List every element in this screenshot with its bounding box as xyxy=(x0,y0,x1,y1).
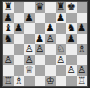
square-d3[interactable] xyxy=(35,55,46,66)
square-e1[interactable]: ♔ xyxy=(45,76,56,87)
square-g4[interactable] xyxy=(66,44,77,55)
square-e4[interactable] xyxy=(45,44,56,55)
white-pawn-piece[interactable]: ♙ xyxy=(25,44,34,55)
square-d8[interactable]: ♛ xyxy=(35,2,46,13)
square-b7[interactable] xyxy=(14,13,25,24)
black-pawn-piece[interactable]: ♟ xyxy=(25,13,34,24)
black-rook-piece[interactable]: ♜ xyxy=(56,2,65,13)
square-g7[interactable] xyxy=(66,13,77,24)
square-c4[interactable]: ♙ xyxy=(24,44,35,55)
white-pawn-piece[interactable]: ♙ xyxy=(25,55,34,66)
white-rook-piece[interactable]: ♖ xyxy=(77,76,86,87)
square-d7[interactable] xyxy=(35,13,46,24)
square-g3[interactable] xyxy=(66,55,77,66)
chess-board: ♜♛♜♚♟♟♟♝♟♟♞♟♞♟♙♟♙♙♘♗♙♙♙♕♙♙♖♗♔♖ xyxy=(2,1,88,87)
square-b5[interactable] xyxy=(14,34,25,45)
square-f6[interactable] xyxy=(56,23,67,34)
square-h2[interactable]: ♙ xyxy=(77,65,88,76)
white-bishop-piece[interactable]: ♗ xyxy=(77,44,86,55)
square-f8[interactable]: ♜ xyxy=(56,2,67,13)
square-d1[interactable] xyxy=(35,76,46,87)
white-pawn-piece[interactable]: ♙ xyxy=(67,65,76,76)
square-c6[interactable] xyxy=(24,23,35,34)
square-f3[interactable]: ♙ xyxy=(56,55,67,66)
square-b6[interactable]: ♟ xyxy=(14,23,25,34)
square-a3[interactable]: ♙ xyxy=(3,55,14,66)
square-e6[interactable]: ♟ xyxy=(45,23,56,34)
square-b2[interactable] xyxy=(14,65,25,76)
black-pawn-piece[interactable]: ♟ xyxy=(67,34,76,45)
square-c2[interactable]: ♕ xyxy=(24,65,35,76)
square-d5[interactable]: ♟ xyxy=(35,34,46,45)
square-g8[interactable]: ♚ xyxy=(66,2,77,13)
square-g6[interactable]: ♞ xyxy=(66,23,77,34)
square-c8[interactable] xyxy=(24,2,35,13)
square-f4[interactable]: ♘ xyxy=(56,44,67,55)
square-h6[interactable]: ♟ xyxy=(77,23,88,34)
black-king-piece[interactable]: ♚ xyxy=(67,2,76,13)
black-rook-piece[interactable]: ♜ xyxy=(4,2,13,13)
square-f1[interactable] xyxy=(56,76,67,87)
white-pawn-piece[interactable]: ♙ xyxy=(46,34,55,45)
black-queen-piece[interactable]: ♛ xyxy=(35,2,44,13)
square-g2[interactable]: ♙ xyxy=(66,65,77,76)
white-queen-piece[interactable]: ♕ xyxy=(25,65,34,76)
square-e7[interactable] xyxy=(45,13,56,24)
white-rook-piece[interactable]: ♖ xyxy=(4,76,13,87)
black-knight-piece[interactable]: ♞ xyxy=(4,34,13,45)
white-pawn-piece[interactable]: ♙ xyxy=(4,55,13,66)
square-a1[interactable]: ♖ xyxy=(3,76,14,87)
square-c3[interactable]: ♙ xyxy=(24,55,35,66)
square-h5[interactable] xyxy=(77,34,88,45)
square-a8[interactable]: ♜ xyxy=(3,2,14,13)
black-bishop-piece[interactable]: ♝ xyxy=(4,23,13,34)
square-b4[interactable] xyxy=(14,44,25,55)
square-a4[interactable] xyxy=(3,44,14,55)
board-frame: ♜♛♜♚♟♟♟♝♟♟♞♟♞♟♙♟♙♙♘♗♙♙♙♕♙♙♖♗♔♖ xyxy=(0,0,90,88)
white-pawn-piece[interactable]: ♙ xyxy=(56,55,65,66)
square-h1[interactable]: ♖ xyxy=(77,76,88,87)
square-e2[interactable] xyxy=(45,65,56,76)
square-d4[interactable]: ♙ xyxy=(35,44,46,55)
square-b1[interactable]: ♗ xyxy=(14,76,25,87)
square-a7[interactable]: ♟ xyxy=(3,13,14,24)
white-pawn-piece[interactable]: ♙ xyxy=(77,65,86,76)
square-a6[interactable]: ♝ xyxy=(3,23,14,34)
square-h8[interactable] xyxy=(77,2,88,13)
black-pawn-piece[interactable]: ♟ xyxy=(56,13,65,24)
square-c1[interactable] xyxy=(24,76,35,87)
black-pawn-piece[interactable]: ♟ xyxy=(4,13,13,24)
square-a5[interactable]: ♞ xyxy=(3,34,14,45)
white-bishop-piece[interactable]: ♗ xyxy=(14,76,23,87)
square-h4[interactable]: ♗ xyxy=(77,44,88,55)
white-pawn-piece[interactable]: ♙ xyxy=(35,44,44,55)
black-knight-piece[interactable]: ♞ xyxy=(67,23,76,34)
square-a2[interactable] xyxy=(3,65,14,76)
square-c5[interactable] xyxy=(24,34,35,45)
black-pawn-piece[interactable]: ♟ xyxy=(77,23,86,34)
square-e5[interactable]: ♙ xyxy=(45,34,56,45)
square-e3[interactable] xyxy=(45,55,56,66)
square-d6[interactable] xyxy=(35,23,46,34)
square-b3[interactable] xyxy=(14,55,25,66)
black-pawn-piece[interactable]: ♟ xyxy=(14,23,23,34)
square-f7[interactable]: ♟ xyxy=(56,13,67,24)
square-c7[interactable]: ♟ xyxy=(24,13,35,24)
square-e8[interactable] xyxy=(45,2,56,13)
square-f5[interactable] xyxy=(56,34,67,45)
black-pawn-piece[interactable]: ♟ xyxy=(35,34,44,45)
square-h3[interactable] xyxy=(77,55,88,66)
square-g1[interactable] xyxy=(66,76,77,87)
square-h7[interactable] xyxy=(77,13,88,24)
white-knight-piece[interactable]: ♘ xyxy=(56,44,65,55)
square-d2[interactable] xyxy=(35,65,46,76)
black-pawn-piece[interactable]: ♟ xyxy=(46,23,55,34)
square-g5[interactable]: ♟ xyxy=(66,34,77,45)
square-b8[interactable] xyxy=(14,2,25,13)
white-king-piece[interactable]: ♔ xyxy=(46,76,55,87)
square-f2[interactable] xyxy=(56,65,67,76)
